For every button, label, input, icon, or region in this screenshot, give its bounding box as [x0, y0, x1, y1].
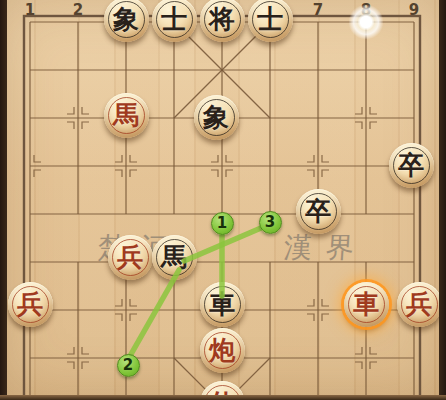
piece-black-elephant[interactable]: 象 [194, 95, 239, 140]
piece-glyph: 象 [194, 95, 239, 140]
board-edge-right [439, 0, 446, 400]
move-marker-3: 3 [259, 211, 282, 234]
board-edge-bottom [0, 395, 446, 400]
board-edge-left [0, 0, 7, 400]
piece-glyph: 士 [152, 0, 197, 42]
piece-black-horse[interactable]: 馬 [152, 235, 197, 280]
piece-glyph: 炮 [200, 328, 245, 373]
piece-red-pawn[interactable]: 兵 [397, 282, 442, 327]
piece-black-advisor[interactable]: 士 [248, 0, 293, 42]
piece-glyph: 士 [248, 0, 293, 42]
piece-glyph: 車 [200, 282, 245, 327]
river-label-han: 漢界 [283, 229, 370, 267]
piece-glyph: 車 [344, 282, 389, 327]
piece-black-general[interactable]: 将 [200, 0, 245, 42]
piece-glyph: 象 [104, 0, 149, 42]
xiangqi-board[interactable]: 123456789 楚河 漢界 象士将士馬象卒卒兵馬兵車車兵炮仕 132 [0, 0, 446, 400]
piece-red-horse[interactable]: 馬 [104, 93, 149, 138]
piece-black-chariot[interactable]: 車 [200, 282, 245, 327]
piece-glyph: 卒 [389, 143, 434, 188]
piece-glyph: 兵 [108, 235, 153, 280]
piece-red-chariot[interactable]: 車 [344, 282, 389, 327]
piece-glyph: 馬 [152, 235, 197, 280]
piece-black-pawn[interactable]: 卒 [389, 143, 434, 188]
piece-red-pawn[interactable]: 兵 [8, 282, 53, 327]
piece-black-elephant[interactable]: 象 [104, 0, 149, 42]
piece-black-pawn[interactable]: 卒 [296, 189, 341, 234]
move-marker-2: 2 [117, 354, 140, 377]
piece-glyph: 兵 [397, 282, 442, 327]
piece-red-pawn[interactable]: 兵 [108, 235, 153, 280]
piece-glyph: 将 [200, 0, 245, 42]
move-marker-1: 1 [211, 212, 234, 235]
piece-black-advisor[interactable]: 士 [152, 0, 197, 42]
piece-glyph: 兵 [8, 282, 53, 327]
piece-glyph: 馬 [104, 93, 149, 138]
piece-glyph: 卒 [296, 189, 341, 234]
piece-red-cannon[interactable]: 炮 [200, 328, 245, 373]
